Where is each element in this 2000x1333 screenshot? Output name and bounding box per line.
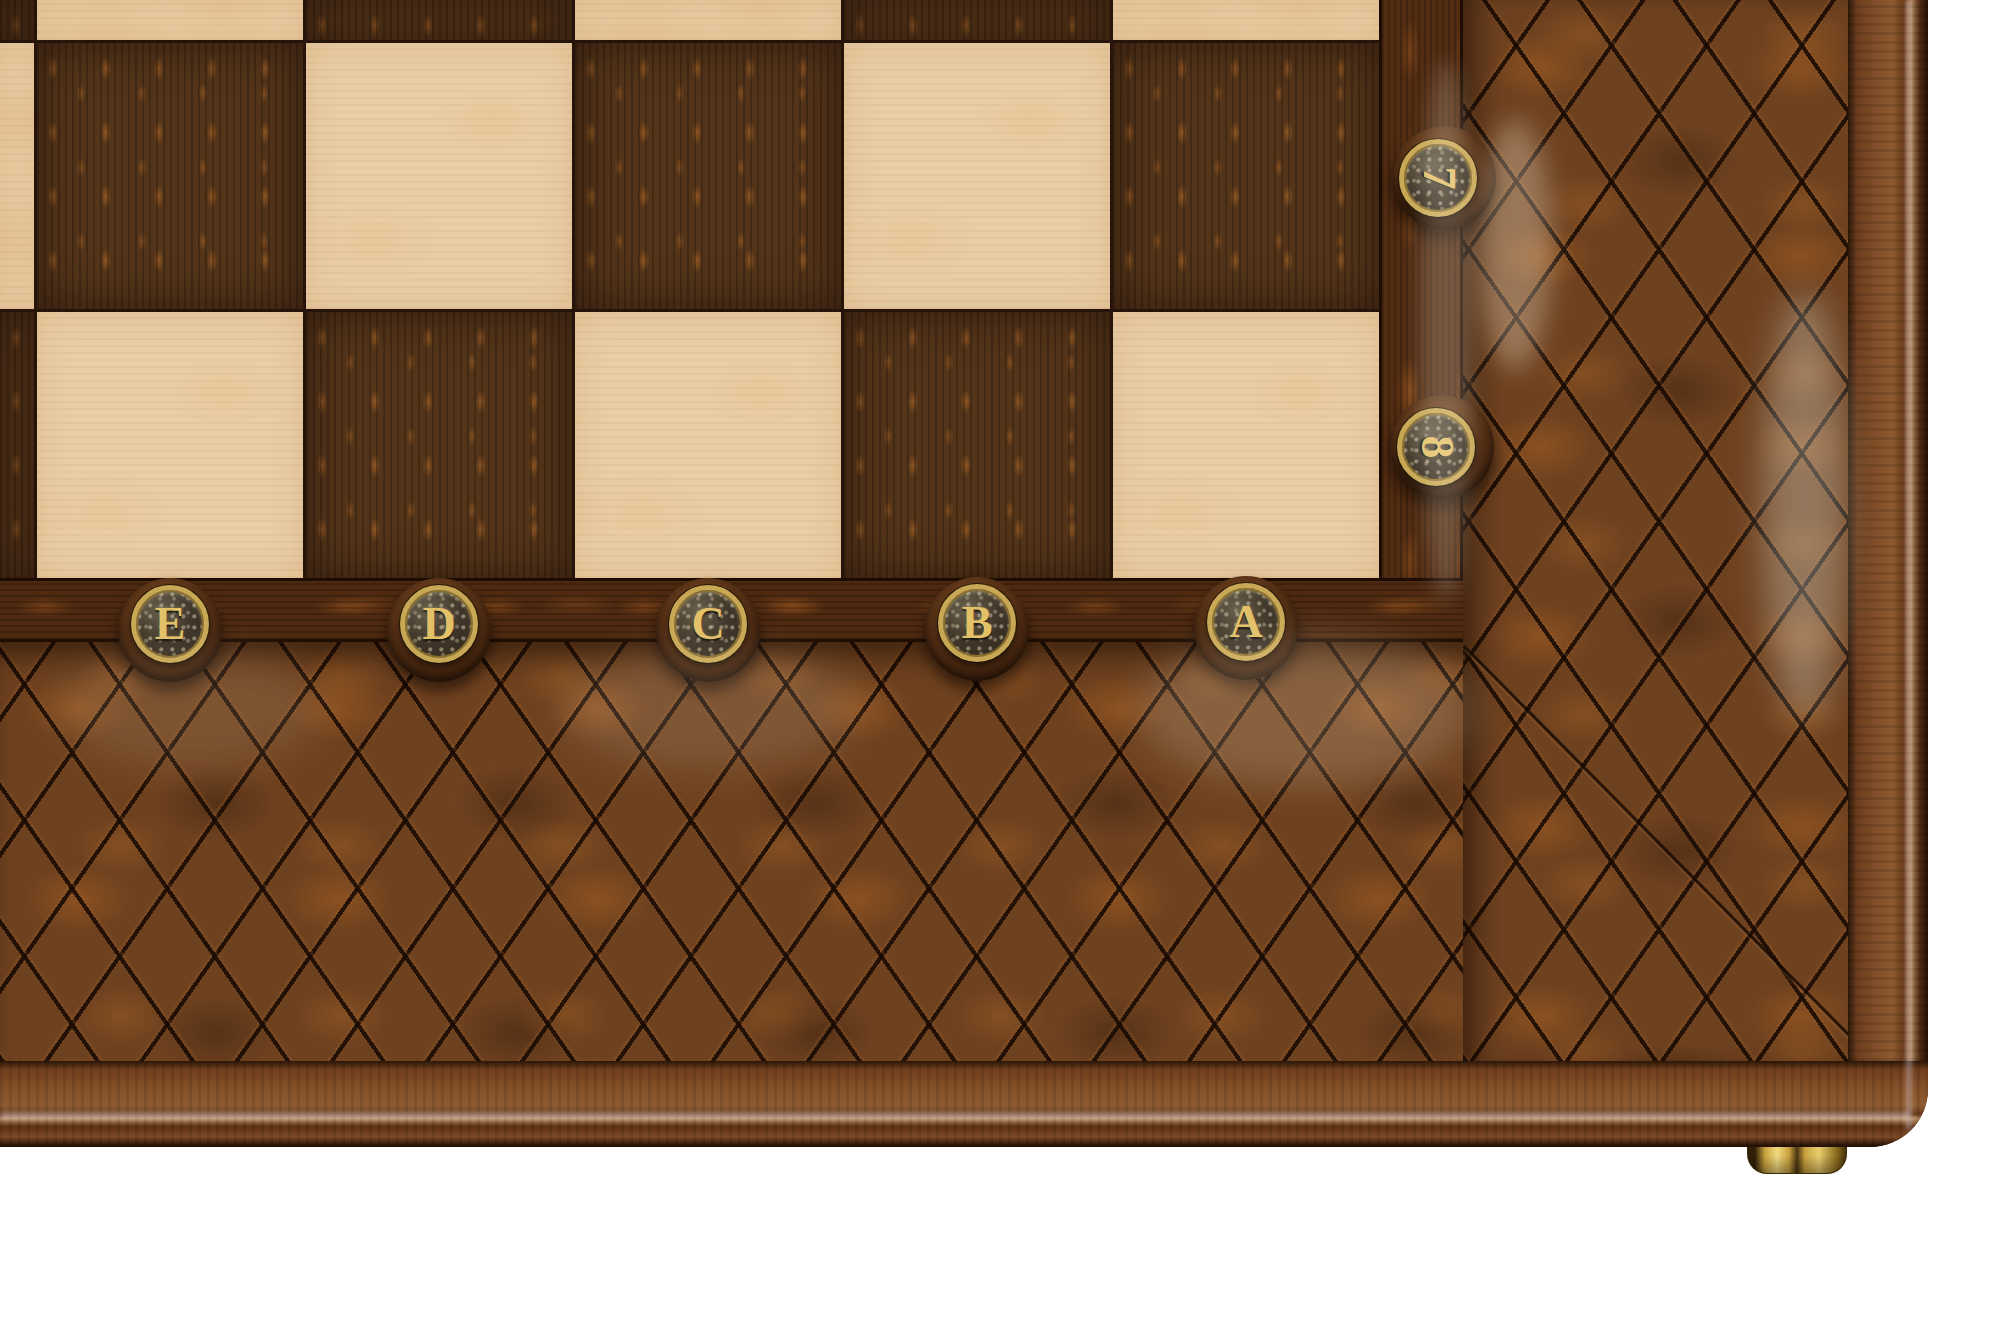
file-badge-b-label: B	[962, 600, 993, 646]
board-bottom-edge	[0, 1061, 1928, 1147]
square-e6[interactable]	[37, 0, 303, 40]
file-badge-d: D	[400, 585, 478, 663]
file-badge-b: B	[938, 584, 1016, 662]
square-e8[interactable]	[37, 312, 303, 578]
rank-badge-7: 7	[1399, 139, 1477, 217]
frame-right-rail	[1379, 0, 1463, 646]
file-badge-c: C	[669, 585, 747, 663]
edge-highlight-right	[1906, 0, 1912, 1130]
square-f8[interactable]	[0, 312, 34, 578]
square-a6[interactable]	[1113, 0, 1379, 40]
file-badge-e: E	[131, 585, 209, 663]
chessboard: E D C B A 7 8	[0, 0, 1928, 1147]
photo-background: E D C B A 7 8	[0, 0, 2000, 1333]
file-badge-e-label: E	[155, 601, 186, 647]
square-a7[interactable]	[1113, 43, 1379, 309]
file-badge-d-label: D	[422, 601, 455, 647]
rank-badge-8: 8	[1397, 408, 1475, 486]
rank-badge-7-label: 7	[1415, 167, 1461, 190]
square-a8[interactable]	[1113, 312, 1379, 578]
file-badge-c-label: C	[691, 601, 724, 647]
square-b7[interactable]	[844, 43, 1110, 309]
square-f6[interactable]	[0, 0, 34, 40]
square-d8[interactable]	[306, 312, 572, 578]
carved-lattice-right	[1463, 0, 1855, 1061]
square-c6[interactable]	[575, 0, 841, 40]
file-badge-a-label: A	[1229, 599, 1262, 645]
square-d7[interactable]	[306, 43, 572, 309]
square-b8[interactable]	[844, 312, 1110, 578]
square-c7[interactable]	[575, 43, 841, 309]
square-c8[interactable]	[575, 312, 841, 578]
file-badge-a: A	[1207, 583, 1285, 661]
square-d6[interactable]	[306, 0, 572, 40]
board-right-edge	[1848, 0, 1928, 1061]
edge-highlight-bottom	[0, 1112, 1910, 1119]
square-b6[interactable]	[844, 0, 1110, 40]
square-f7[interactable]	[0, 43, 34, 309]
square-e7[interactable]	[37, 43, 303, 309]
board-squares	[0, 0, 1379, 578]
rank-badge-8-label: 8	[1413, 436, 1459, 459]
